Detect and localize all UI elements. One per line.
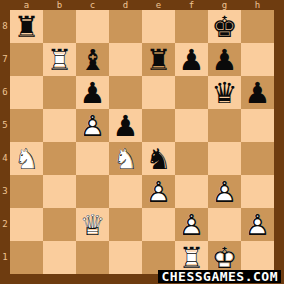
file-label-f: f — [175, 0, 208, 10]
square-a8: ♜ — [10, 10, 43, 43]
black-pawn: ♟ — [208, 43, 241, 76]
square-d1 — [109, 241, 142, 274]
square-g8: ♚ — [208, 10, 241, 43]
square-a7 — [10, 43, 43, 76]
file-labels: abcdefgh — [10, 0, 274, 10]
black-queen: ♛ — [208, 76, 241, 109]
square-h7 — [241, 43, 274, 76]
square-d7 — [109, 43, 142, 76]
square-c6: ♟ — [76, 76, 109, 109]
rank-label-5: 5 — [0, 109, 10, 142]
square-b8 — [43, 10, 76, 43]
square-f4 — [175, 142, 208, 175]
square-d6 — [109, 76, 142, 109]
white-rook-outline: ♖ — [43, 43, 76, 76]
square-b6 — [43, 76, 76, 109]
square-h4 — [241, 142, 274, 175]
square-c4 — [76, 142, 109, 175]
square-h2: ♟♙ — [241, 208, 274, 241]
square-h8 — [241, 10, 274, 43]
black-pawn: ♟ — [241, 76, 274, 109]
watermark: CHESSGAMES.COM — [158, 270, 281, 283]
square-b2 — [43, 208, 76, 241]
file-label-c: c — [76, 0, 109, 10]
black-rook: ♜ — [142, 43, 175, 76]
square-h6: ♟ — [241, 76, 274, 109]
square-g5 — [208, 109, 241, 142]
file-label-g: g — [208, 0, 241, 10]
square-b5 — [43, 109, 76, 142]
square-d3 — [109, 175, 142, 208]
square-d2 — [109, 208, 142, 241]
white-pawn-outline: ♙ — [241, 208, 274, 241]
white-pawn-outline: ♙ — [76, 109, 109, 142]
square-e8 — [142, 10, 175, 43]
white-knight-outline: ♘ — [10, 142, 43, 175]
square-b7: ♜♖ — [43, 43, 76, 76]
black-pawn: ♟ — [76, 76, 109, 109]
rank-label-3: 3 — [0, 175, 10, 208]
black-bishop: ♝ — [76, 43, 109, 76]
square-e5 — [142, 109, 175, 142]
black-pawn: ♟ — [109, 109, 142, 142]
rank-label-6: 6 — [0, 76, 10, 109]
file-label-h: h — [241, 0, 274, 10]
square-a2 — [10, 208, 43, 241]
square-e3: ♟♙ — [142, 175, 175, 208]
black-knight: ♞ — [142, 142, 175, 175]
file-label-b: b — [43, 0, 76, 10]
square-e2 — [142, 208, 175, 241]
square-g2 — [208, 208, 241, 241]
square-d4: ♞♘ — [109, 142, 142, 175]
rank-label-7: 7 — [0, 43, 10, 76]
square-e6 — [142, 76, 175, 109]
square-c5: ♟♙ — [76, 109, 109, 142]
square-b3 — [43, 175, 76, 208]
rank-label-4: 4 — [0, 142, 10, 175]
square-f2: ♟♙ — [175, 208, 208, 241]
white-pawn-outline: ♙ — [175, 208, 208, 241]
square-c8 — [76, 10, 109, 43]
file-label-a: a — [10, 0, 43, 10]
square-b1 — [43, 241, 76, 274]
square-e7: ♜ — [142, 43, 175, 76]
file-label-e: e — [142, 0, 175, 10]
black-king: ♚ — [208, 10, 241, 43]
rank-label-2: 2 — [0, 208, 10, 241]
square-g3: ♟♙ — [208, 175, 241, 208]
square-a5 — [10, 109, 43, 142]
rank-label-8: 8 — [0, 10, 10, 43]
white-knight-outline: ♘ — [109, 142, 142, 175]
square-e4: ♞ — [142, 142, 175, 175]
square-f6 — [175, 76, 208, 109]
square-c3 — [76, 175, 109, 208]
white-queen-outline: ♕ — [76, 208, 109, 241]
black-rook: ♜ — [10, 10, 43, 43]
square-a6 — [10, 76, 43, 109]
square-c2: ♛♕ — [76, 208, 109, 241]
square-c1 — [76, 241, 109, 274]
square-g4 — [208, 142, 241, 175]
chess-board: ♜♚♜♖♝♜♟♟♟♛♟♟♙♟♞♘♞♘♞♟♙♟♙♛♕♟♙♟♙♜♖♚♔ — [10, 10, 274, 274]
black-pawn: ♟ — [175, 43, 208, 76]
square-f5 — [175, 109, 208, 142]
square-h5 — [241, 109, 274, 142]
square-a4: ♞♘ — [10, 142, 43, 175]
square-f7: ♟ — [175, 43, 208, 76]
square-f8 — [175, 10, 208, 43]
square-b4 — [43, 142, 76, 175]
white-pawn-outline: ♙ — [142, 175, 175, 208]
square-f3 — [175, 175, 208, 208]
square-c7: ♝ — [76, 43, 109, 76]
rank-labels: 87654321 — [0, 10, 10, 274]
square-a3 — [10, 175, 43, 208]
white-pawn-outline: ♙ — [208, 175, 241, 208]
square-d8 — [109, 10, 142, 43]
rank-label-1: 1 — [0, 241, 10, 274]
square-h3 — [241, 175, 274, 208]
square-g7: ♟ — [208, 43, 241, 76]
square-g6: ♛ — [208, 76, 241, 109]
square-d5: ♟ — [109, 109, 142, 142]
file-label-d: d — [109, 0, 142, 10]
square-a1 — [10, 241, 43, 274]
chess-diagram: abcdefgh 87654321 ♜♚♜♖♝♜♟♟♟♛♟♟♙♟♞♘♞♘♞♟♙♟… — [0, 0, 284, 284]
